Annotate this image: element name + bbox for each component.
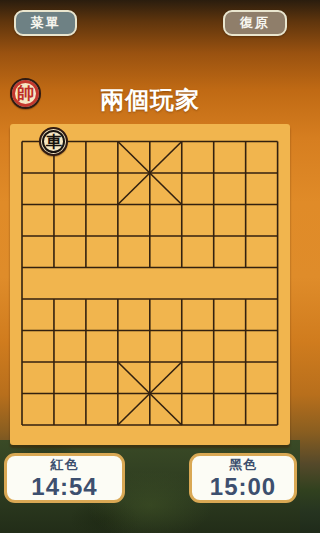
undo-button[interactable]: 復原 (223, 10, 287, 36)
red-timer-value: 14:54 (31, 473, 97, 501)
black-timer-panel: 黑色 15:00 (189, 453, 297, 503)
black-timer-value: 15:00 (210, 473, 276, 501)
pieces-layer: 車 (10, 124, 290, 445)
red-timer-panel: 紅色 14:54 (4, 453, 125, 503)
black-timer-label: 黑色 (229, 456, 257, 474)
red-timer-label: 紅色 (51, 456, 79, 474)
menu-button[interactable]: 菜單 (14, 10, 77, 36)
page-title: 兩個玩家 (0, 84, 300, 116)
piece-black-chariot-b9[interactable]: 車 (39, 127, 68, 156)
xiangqi-board[interactable]: 車 (10, 124, 290, 445)
